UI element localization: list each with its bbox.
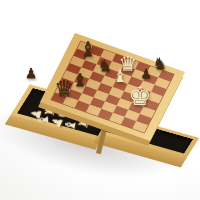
- chess-piece-dark-N: ♞: [153, 56, 167, 72]
- product-photo: ♟♝♜♟♞♝♟♜♟♜♟♞ ♝♞♝♛♞♟♛♝♚♟: [0, 0, 200, 200]
- chess-piece-light-B: ♝: [112, 68, 127, 85]
- chess-piece-dark-N: ♞: [98, 58, 112, 74]
- chess-piece-dark-B: ♝: [79, 39, 97, 59]
- chess-piece-dark-P: ♟: [25, 66, 38, 80]
- chess-piece-light-K: ♚: [128, 83, 151, 109]
- chess-piece-dark-P: ♟: [140, 67, 152, 80]
- chess-piece-dark-Q: ♛: [54, 78, 74, 100]
- chess-piece-dark-B: ♝: [72, 71, 88, 89]
